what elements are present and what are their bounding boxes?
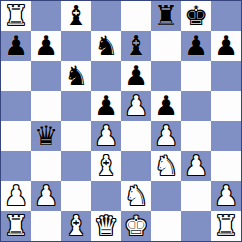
piece-white-knight[interactable]: ♞ [124,182,148,209]
square-e4[interactable] [121,121,151,151]
square-b8[interactable] [31,1,61,31]
square-h5[interactable] [211,91,241,121]
square-a1[interactable]: ♜ [1,211,31,241]
square-b2[interactable]: ♟ [31,181,61,211]
square-e5[interactable]: ♟ [121,91,151,121]
piece-black-pawn[interactable]: ♟ [34,32,58,59]
piece-black-knight[interactable]: ♞ [64,62,88,89]
piece-black-pawn[interactable]: ♟ [154,92,178,119]
piece-black-pawn[interactable]: ♟ [184,32,208,59]
square-g6[interactable] [181,61,211,91]
square-d2[interactable] [91,181,121,211]
square-f8[interactable]: ♜ [151,1,181,31]
square-g2[interactable] [181,181,211,211]
square-d3[interactable]: ♝ [91,151,121,181]
square-e1[interactable]: ♚ [121,211,151,241]
square-g8[interactable]: ♚ [181,1,211,31]
piece-white-king[interactable]: ♚ [124,212,148,239]
square-d7[interactable]: ♞ [91,31,121,61]
piece-white-queen[interactable]: ♛ [94,212,118,239]
piece-black-rook[interactable]: ♜ [154,2,178,29]
piece-white-bishop[interactable]: ♝ [94,152,118,179]
piece-white-rook[interactable]: ♜ [214,212,238,239]
square-d6[interactable] [91,61,121,91]
square-c1[interactable]: ♝ [61,211,91,241]
square-g7[interactable]: ♟ [181,31,211,61]
square-d4[interactable]: ♟ [91,121,121,151]
square-f1[interactable] [151,211,181,241]
square-a3[interactable] [1,151,31,181]
square-h4[interactable] [211,121,241,151]
piece-black-bishop[interactable]: ♝ [64,2,88,29]
piece-white-pawn[interactable]: ♟ [184,152,208,179]
square-g5[interactable] [181,91,211,121]
square-c2[interactable] [61,181,91,211]
square-a5[interactable] [1,91,31,121]
square-e7[interactable]: ♝ [121,31,151,61]
square-f4[interactable]: ♟ [151,121,181,151]
square-d1[interactable]: ♛ [91,211,121,241]
square-d5[interactable]: ♟ [91,91,121,121]
piece-black-pawn[interactable]: ♟ [4,32,28,59]
piece-white-rook[interactable]: ♜ [4,212,28,239]
piece-white-pawn[interactable]: ♟ [214,182,238,209]
square-b6[interactable] [31,61,61,91]
piece-white-pawn[interactable]: ♟ [124,92,148,119]
square-h8[interactable] [211,1,241,31]
square-f6[interactable] [151,61,181,91]
square-h6[interactable] [211,61,241,91]
square-c3[interactable] [61,151,91,181]
square-a6[interactable] [1,61,31,91]
square-c6[interactable]: ♞ [61,61,91,91]
piece-black-pawn[interactable]: ♟ [214,32,238,59]
piece-white-rook[interactable]: ♜ [4,2,28,29]
square-h1[interactable]: ♜ [211,211,241,241]
square-g1[interactable] [181,211,211,241]
piece-black-king[interactable]: ♚ [184,2,208,29]
square-h7[interactable]: ♟ [211,31,241,61]
square-f2[interactable] [151,181,181,211]
piece-black-pawn[interactable]: ♟ [94,92,118,119]
square-c5[interactable] [61,91,91,121]
piece-white-pawn[interactable]: ♟ [34,182,58,209]
square-a7[interactable]: ♟ [1,31,31,61]
square-a4[interactable] [1,121,31,151]
square-b5[interactable] [31,91,61,121]
chess-board: ♜♝♜♚♟♟♞♝♟♟♞♟♟♟♟♛♟♟♝♞♟♟♟♞♟♜♝♛♚♜ [0,0,242,242]
piece-black-knight[interactable]: ♞ [94,32,118,59]
square-e6[interactable]: ♟ [121,61,151,91]
square-f5[interactable]: ♟ [151,91,181,121]
square-a8[interactable]: ♜ [1,1,31,31]
square-c7[interactable] [61,31,91,61]
piece-black-bishop[interactable]: ♝ [124,32,148,59]
square-b4[interactable]: ♛ [31,121,61,151]
square-a2[interactable]: ♟ [1,181,31,211]
piece-white-bishop[interactable]: ♝ [64,212,88,239]
piece-black-pawn[interactable]: ♟ [124,62,148,89]
piece-white-pawn[interactable]: ♟ [154,122,178,149]
square-e2[interactable]: ♞ [121,181,151,211]
square-b1[interactable] [31,211,61,241]
piece-white-pawn[interactable]: ♟ [4,182,28,209]
square-h3[interactable] [211,151,241,181]
square-f7[interactable] [151,31,181,61]
square-g4[interactable] [181,121,211,151]
square-c4[interactable] [61,121,91,151]
square-b3[interactable] [31,151,61,181]
square-h2[interactable]: ♟ [211,181,241,211]
square-c8[interactable]: ♝ [61,1,91,31]
piece-white-pawn[interactable]: ♟ [94,122,118,149]
square-d8[interactable] [91,1,121,31]
square-f3[interactable]: ♞ [151,151,181,181]
square-g3[interactable]: ♟ [181,151,211,181]
square-e3[interactable] [121,151,151,181]
square-e8[interactable] [121,1,151,31]
piece-white-knight[interactable]: ♞ [154,152,178,179]
square-b7[interactable]: ♟ [31,31,61,61]
piece-black-queen[interactable]: ♛ [34,122,58,149]
